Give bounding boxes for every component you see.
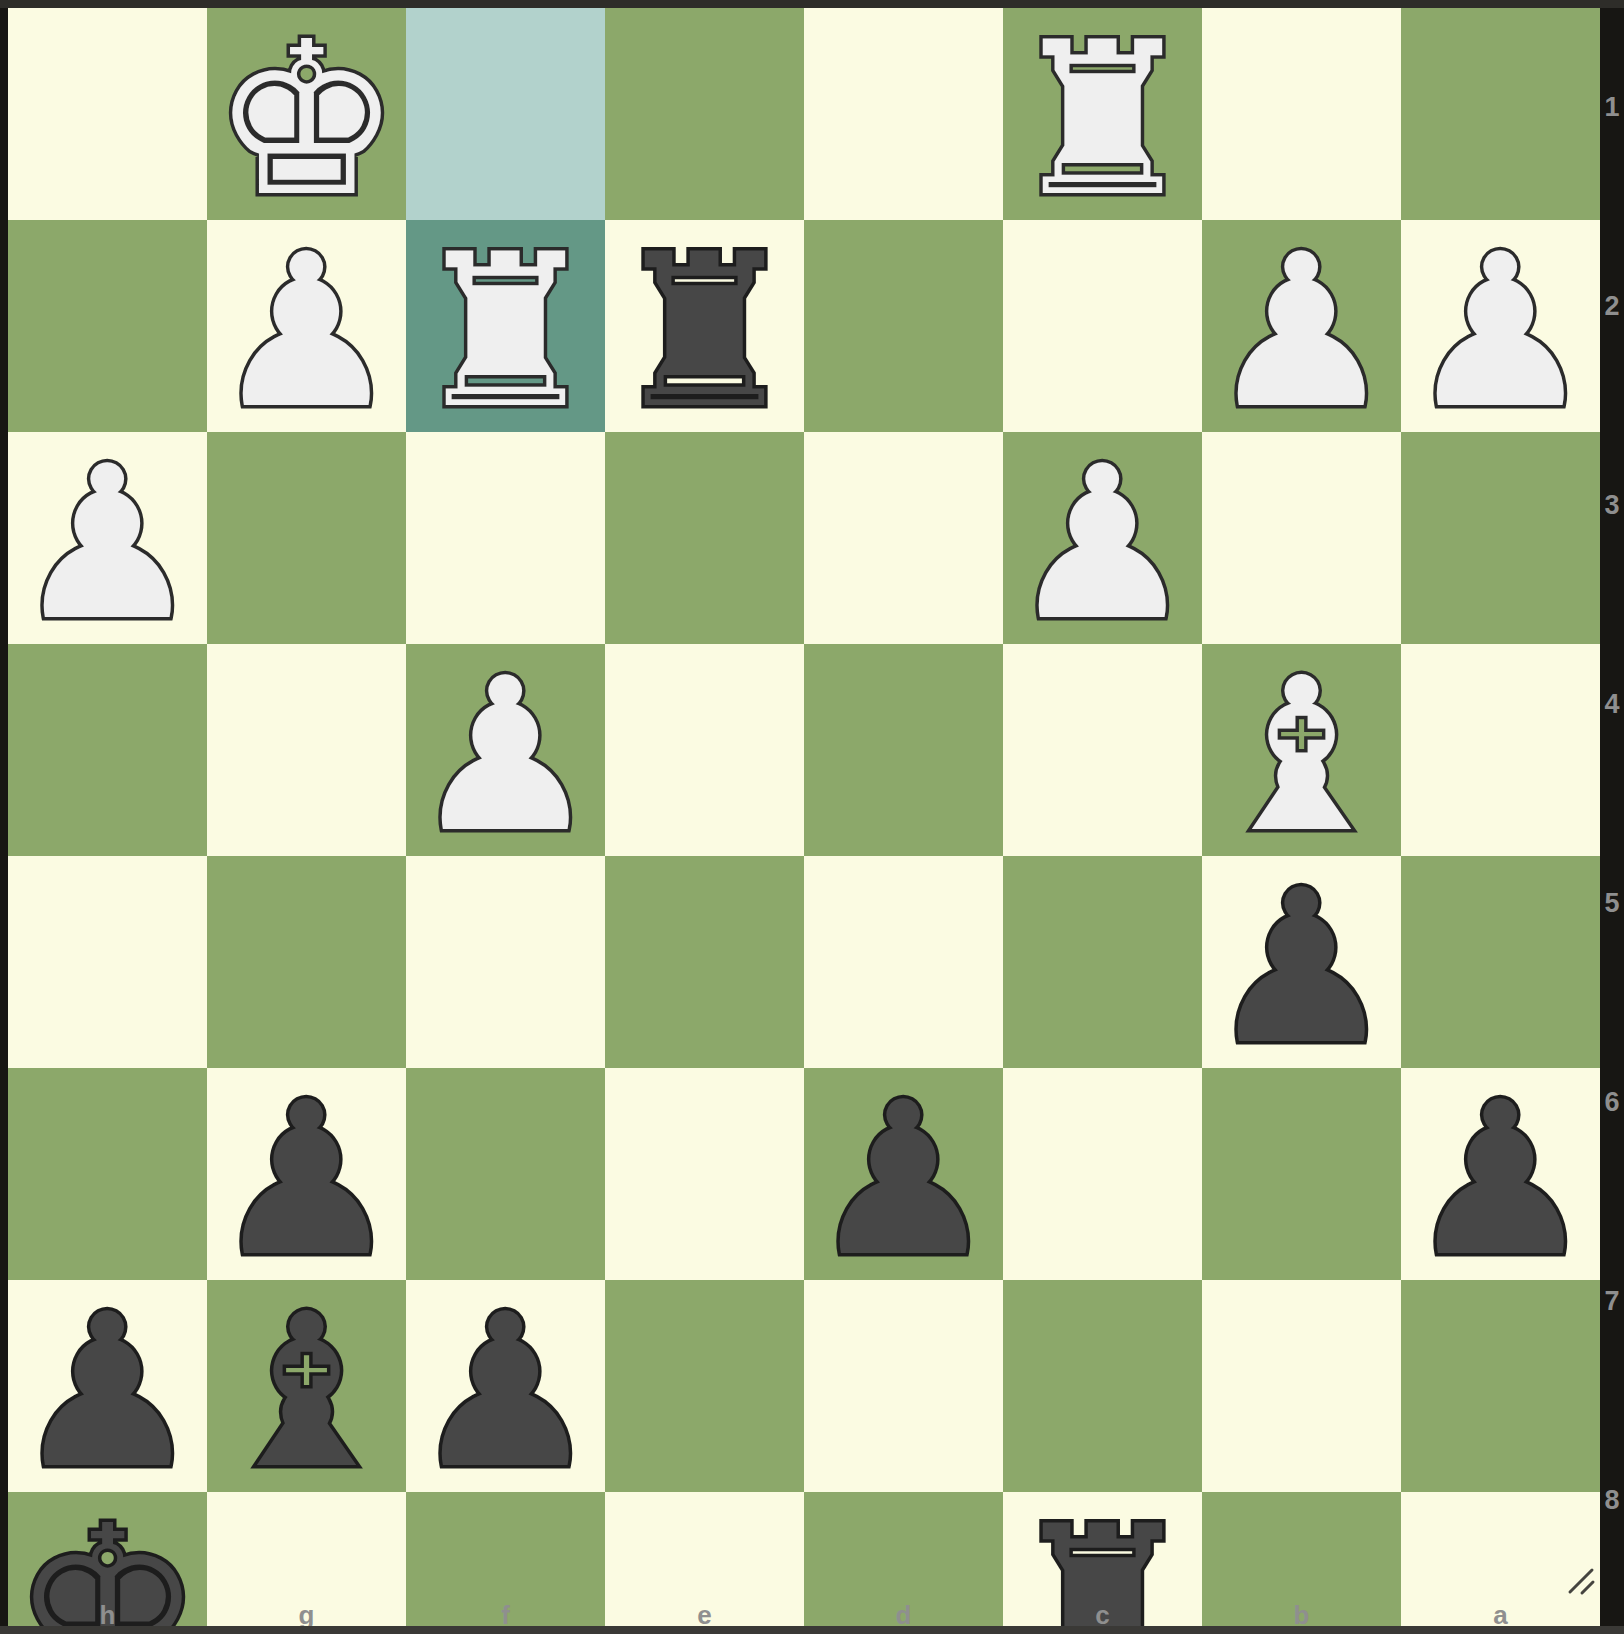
square-a2[interactable]: ♟ xyxy=(1401,220,1600,432)
rank-label-5: 5 xyxy=(1600,804,1624,1003)
square-f7[interactable]: ♟ xyxy=(406,1280,605,1492)
square-f4[interactable]: ♟ xyxy=(406,644,605,856)
square-e5[interactable] xyxy=(605,856,804,1068)
piece-black-pawn-h7[interactable]: ♟ xyxy=(12,1286,202,1498)
square-e3[interactable] xyxy=(605,432,804,644)
square-h2[interactable] xyxy=(8,220,207,432)
square-b7[interactable] xyxy=(1202,1280,1401,1492)
piece-black-bishop-g7[interactable]: ♝ xyxy=(211,1286,401,1498)
square-b5[interactable]: ♟ xyxy=(1202,856,1401,1068)
square-b2[interactable]: ♟ xyxy=(1202,220,1401,432)
resize-handle-icon xyxy=(1566,1566,1596,1596)
square-g2[interactable]: ♟ xyxy=(207,220,406,432)
piece-white-pawn-g2[interactable]: ♟ xyxy=(211,226,401,438)
rank-label-1: 1 xyxy=(1600,8,1624,207)
piece-black-rook-e2[interactable]: ♜ xyxy=(609,226,799,438)
square-g4[interactable] xyxy=(207,644,406,856)
square-b3[interactable] xyxy=(1202,432,1401,644)
square-d2[interactable] xyxy=(804,220,1003,432)
piece-white-king-g1[interactable]: ♚ xyxy=(211,14,401,226)
square-a7[interactable] xyxy=(1401,1280,1600,1492)
rank-label-3: 3 xyxy=(1600,406,1624,605)
board-resize-handle[interactable] xyxy=(1566,1566,1596,1596)
square-g6[interactable]: ♟ xyxy=(207,1068,406,1280)
square-b4[interactable]: ♝ xyxy=(1202,644,1401,856)
square-h3[interactable]: ♟ xyxy=(8,432,207,644)
square-e4[interactable] xyxy=(605,644,804,856)
piece-white-rook-f2[interactable]: ♜ xyxy=(410,226,600,438)
rank-label-2: 2 xyxy=(1600,207,1624,406)
rank-label-8: 8 xyxy=(1600,1401,1624,1600)
piece-white-pawn-a2[interactable]: ♟ xyxy=(1405,226,1595,438)
square-c1[interactable]: ♜ xyxy=(1003,8,1202,220)
square-c2[interactable] xyxy=(1003,220,1202,432)
square-f6[interactable] xyxy=(406,1068,605,1280)
square-h1[interactable] xyxy=(8,8,207,220)
square-e7[interactable] xyxy=(605,1280,804,1492)
square-c5[interactable] xyxy=(1003,856,1202,1068)
square-d6[interactable]: ♟ xyxy=(804,1068,1003,1280)
square-a5[interactable] xyxy=(1401,856,1600,1068)
square-f3[interactable] xyxy=(406,432,605,644)
piece-white-pawn-b2[interactable]: ♟ xyxy=(1206,226,1396,438)
rank-labels: 12345678 xyxy=(1600,8,1624,1600)
square-f1[interactable] xyxy=(406,8,605,220)
rank-label-6: 6 xyxy=(1600,1003,1624,1202)
square-e1[interactable] xyxy=(605,8,804,220)
square-d4[interactable] xyxy=(804,644,1003,856)
square-c7[interactable] xyxy=(1003,1280,1202,1492)
piece-black-pawn-g6[interactable]: ♟ xyxy=(211,1074,401,1286)
panel-bottom-edge xyxy=(0,1626,1624,1634)
square-h6[interactable] xyxy=(8,1068,207,1280)
square-e2[interactable]: ♜ xyxy=(605,220,804,432)
square-c6[interactable] xyxy=(1003,1068,1202,1280)
square-g1[interactable]: ♚ xyxy=(207,8,406,220)
piece-black-pawn-d6[interactable]: ♟ xyxy=(808,1074,998,1286)
square-d1[interactable] xyxy=(804,8,1003,220)
file-labels: hgfedcba xyxy=(8,1600,1600,1626)
piece-black-pawn-f7[interactable]: ♟ xyxy=(410,1286,600,1498)
square-c4[interactable] xyxy=(1003,644,1202,856)
square-g5[interactable] xyxy=(207,856,406,1068)
square-g7[interactable]: ♝ xyxy=(207,1280,406,1492)
piece-white-pawn-h3[interactable]: ♟ xyxy=(12,438,202,650)
chess-board-panel: ♚♜♟♜♜♟♟♟♟♟♝♟♟♟♟♟♝♟♚♜ 12345678 hgfedcba xyxy=(0,0,1624,1634)
square-b6[interactable] xyxy=(1202,1068,1401,1280)
rank-label-4: 4 xyxy=(1600,605,1624,804)
piece-white-bishop-b4[interactable]: ♝ xyxy=(1206,650,1396,862)
chess-board[interactable]: ♚♜♟♜♜♟♟♟♟♟♝♟♟♟♟♟♝♟♚♜ xyxy=(8,8,1600,1600)
square-f2[interactable]: ♜ xyxy=(406,220,605,432)
square-a4[interactable] xyxy=(1401,644,1600,856)
square-d3[interactable] xyxy=(804,432,1003,644)
square-g3[interactable] xyxy=(207,432,406,644)
piece-white-pawn-c3[interactable]: ♟ xyxy=(1007,438,1197,650)
square-b1[interactable] xyxy=(1202,8,1401,220)
square-d7[interactable] xyxy=(804,1280,1003,1492)
square-h7[interactable]: ♟ xyxy=(8,1280,207,1492)
piece-white-pawn-f4[interactable]: ♟ xyxy=(410,650,600,862)
square-c3[interactable]: ♟ xyxy=(1003,432,1202,644)
piece-white-rook-c1[interactable]: ♜ xyxy=(1007,14,1197,226)
square-h5[interactable] xyxy=(8,856,207,1068)
piece-black-pawn-b5[interactable]: ♟ xyxy=(1206,862,1396,1074)
square-a1[interactable] xyxy=(1401,8,1600,220)
rank-label-7: 7 xyxy=(1600,1202,1624,1401)
square-h4[interactable] xyxy=(8,644,207,856)
square-e6[interactable] xyxy=(605,1068,804,1280)
square-f5[interactable] xyxy=(406,856,605,1068)
square-a6[interactable]: ♟ xyxy=(1401,1068,1600,1280)
square-d5[interactable] xyxy=(804,856,1003,1068)
piece-black-pawn-a6[interactable]: ♟ xyxy=(1405,1074,1595,1286)
square-a3[interactable] xyxy=(1401,432,1600,644)
